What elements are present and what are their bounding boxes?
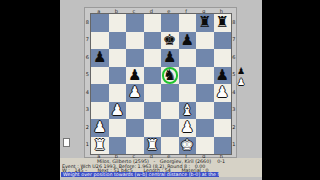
square-c1[interactable] bbox=[126, 137, 144, 155]
square-e7[interactable]: ♚ bbox=[161, 32, 179, 50]
square-f5[interactable] bbox=[179, 67, 197, 85]
square-f7[interactable]: ♟ bbox=[179, 32, 197, 50]
square-g8[interactable]: ♜ bbox=[196, 14, 214, 32]
square-c6[interactable] bbox=[126, 49, 144, 67]
square-h3[interactable] bbox=[214, 102, 232, 120]
black-king-e7[interactable]: ♚ bbox=[161, 32, 179, 50]
white-rook-d1[interactable]: ♜ bbox=[144, 137, 162, 155]
square-e2[interactable] bbox=[161, 119, 179, 137]
square-c3[interactable] bbox=[126, 102, 144, 120]
square-h2[interactable] bbox=[214, 119, 232, 137]
square-g1[interactable] bbox=[196, 137, 214, 155]
square-b1[interactable] bbox=[109, 137, 127, 155]
square-h5[interactable]: ♟ bbox=[214, 67, 232, 85]
game-info-panel: Milos, Gilberto (2595) - Georgiev, Kiril… bbox=[60, 158, 262, 177]
square-h7[interactable] bbox=[214, 32, 232, 50]
square-g2[interactable] bbox=[196, 119, 214, 137]
square-g3[interactable] bbox=[196, 102, 214, 120]
square-b6[interactable] bbox=[109, 49, 127, 67]
square-d4[interactable] bbox=[144, 84, 162, 102]
square-f4[interactable] bbox=[179, 84, 197, 102]
square-b8[interactable] bbox=[109, 14, 127, 32]
square-b3[interactable]: ♟ bbox=[109, 102, 127, 120]
black-pawn-e6[interactable]: ♟ bbox=[161, 49, 179, 67]
square-d6[interactable] bbox=[144, 49, 162, 67]
black-pawn-h5[interactable]: ♟ bbox=[214, 67, 232, 85]
chess-board[interactable]: ♜♜♚♟♟♟♟♞♟♟♟♟♝♟♟♜♜♚ bbox=[90, 13, 232, 155]
square-h4[interactable]: ♟ bbox=[214, 84, 232, 102]
square-f1[interactable]: ♚ bbox=[179, 137, 197, 155]
square-g7[interactable] bbox=[196, 32, 214, 50]
square-d7[interactable] bbox=[144, 32, 162, 50]
square-e8[interactable] bbox=[161, 14, 179, 32]
square-a1[interactable]: ♜ bbox=[91, 137, 109, 155]
square-e4[interactable] bbox=[161, 84, 179, 102]
square-d5[interactable] bbox=[144, 67, 162, 85]
square-a3[interactable] bbox=[91, 102, 109, 120]
square-b5[interactable] bbox=[109, 67, 127, 85]
square-h6[interactable] bbox=[214, 49, 232, 67]
white-pawn-f2[interactable]: ♟ bbox=[179, 119, 197, 137]
square-f6[interactable] bbox=[179, 49, 197, 67]
square-f2[interactable]: ♟ bbox=[179, 119, 197, 137]
square-a2[interactable]: ♟ bbox=[91, 119, 109, 137]
square-c7[interactable] bbox=[126, 32, 144, 50]
square-d8[interactable] bbox=[144, 14, 162, 32]
square-b7[interactable] bbox=[109, 32, 127, 50]
square-c4[interactable]: ♟ bbox=[126, 84, 144, 102]
square-b2[interactable] bbox=[109, 119, 127, 137]
white-pawn-h4[interactable]: ♟ bbox=[214, 84, 232, 102]
black-pawn-f7[interactable]: ♟ bbox=[179, 32, 197, 50]
black-rook-h8[interactable]: ♜ bbox=[214, 14, 232, 32]
square-c8[interactable] bbox=[126, 14, 144, 32]
white-rook-a1[interactable]: ♜ bbox=[91, 137, 109, 155]
square-a5[interactable] bbox=[91, 67, 109, 85]
square-d1[interactable]: ♜ bbox=[144, 137, 162, 155]
square-e6[interactable]: ♟ bbox=[161, 49, 179, 67]
square-b4[interactable] bbox=[109, 84, 127, 102]
white-king-f1[interactable]: ♚ bbox=[179, 137, 197, 155]
square-a6[interactable]: ♟ bbox=[91, 49, 109, 67]
chess-app-panel: abcdefgh abcdefgh 87654321 87654321 ♜♜♚♟… bbox=[60, 0, 262, 180]
white-pawn-a2[interactable]: ♟ bbox=[91, 119, 109, 137]
engine-note-line: Weight over position towards (w-b) centr… bbox=[61, 172, 219, 178]
square-h1[interactable] bbox=[214, 137, 232, 155]
black-pawn-a6[interactable]: ♟ bbox=[91, 49, 109, 67]
black-pawn-c5[interactable]: ♟ bbox=[126, 67, 144, 85]
square-h8[interactable]: ♜ bbox=[214, 14, 232, 32]
black-pawn-mini-icon: ♟ bbox=[237, 66, 245, 77]
white-pawn-mini-icon: ♟ bbox=[237, 77, 245, 88]
white-to-move-indicator bbox=[63, 138, 70, 147]
white-bishop-f3[interactable]: ♝ bbox=[179, 102, 197, 120]
square-f3[interactable]: ♝ bbox=[179, 102, 197, 120]
square-f8[interactable] bbox=[179, 14, 197, 32]
square-g5[interactable] bbox=[196, 67, 214, 85]
square-a8[interactable] bbox=[91, 14, 109, 32]
square-e3[interactable] bbox=[161, 102, 179, 120]
square-a7[interactable] bbox=[91, 32, 109, 50]
square-d2[interactable] bbox=[144, 119, 162, 137]
square-a4[interactable] bbox=[91, 84, 109, 102]
black-rook-g8[interactable]: ♜ bbox=[196, 14, 214, 32]
square-d3[interactable] bbox=[144, 102, 162, 120]
square-e5[interactable]: ♞ bbox=[161, 67, 179, 85]
square-g4[interactable] bbox=[196, 84, 214, 102]
captured-pieces-tray: ♟♟ bbox=[235, 66, 247, 90]
white-pawn-b3[interactable]: ♟ bbox=[109, 102, 127, 120]
square-c5[interactable]: ♟ bbox=[126, 67, 144, 85]
square-c2[interactable] bbox=[126, 119, 144, 137]
black-knight-e5[interactable]: ♞ bbox=[161, 67, 179, 85]
square-e1[interactable] bbox=[161, 137, 179, 155]
white-pawn-c4[interactable]: ♟ bbox=[126, 84, 144, 102]
square-g6[interactable] bbox=[196, 49, 214, 67]
